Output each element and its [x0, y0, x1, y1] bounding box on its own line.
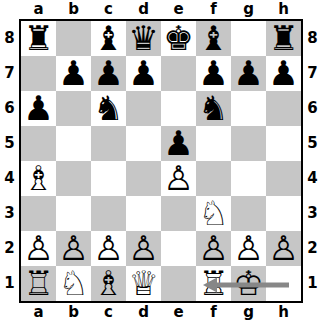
square-e4[interactable]: ♙ [161, 161, 196, 196]
white-king-g1: ♔ [233, 266, 263, 301]
square-b1[interactable]: ♘ [56, 266, 91, 301]
square-b6[interactable] [56, 91, 91, 126]
white-pawn-d2: ♙ [128, 231, 158, 266]
rank-label-left-2: 2 [0, 231, 19, 266]
file-label-top-d: d [126, 0, 161, 19]
square-b8[interactable] [56, 21, 91, 56]
square-a1[interactable]: ♖ [21, 266, 56, 301]
rank-labels-right: 87654321 [303, 21, 322, 301]
rank-label-right-5: 5 [303, 126, 322, 161]
square-f2[interactable]: ♙ [196, 231, 231, 266]
square-d6[interactable] [126, 91, 161, 126]
square-a5[interactable] [21, 126, 56, 161]
black-pawn-g7: ♟ [233, 56, 263, 91]
square-g8[interactable] [231, 21, 266, 56]
rank-label-right-8: 8 [303, 21, 322, 56]
black-queen-d8: ♛ [128, 21, 158, 56]
file-label-bottom-f: f [196, 303, 231, 322]
square-f4[interactable] [196, 161, 231, 196]
square-c4[interactable] [91, 161, 126, 196]
square-e5[interactable]: ♟ [161, 126, 196, 161]
square-g5[interactable] [231, 126, 266, 161]
square-d5[interactable] [126, 126, 161, 161]
square-d1[interactable]: ♕ [126, 266, 161, 301]
square-e1[interactable] [161, 266, 196, 301]
rank-label-left-1: 1 [0, 266, 19, 301]
square-a7[interactable] [21, 56, 56, 91]
file-label-bottom-g: g [231, 303, 266, 322]
square-a3[interactable] [21, 196, 56, 231]
square-c5[interactable] [91, 126, 126, 161]
square-h3[interactable] [266, 196, 301, 231]
rank-label-left-4: 4 [0, 161, 19, 196]
white-pawn-h2: ♙ [268, 231, 298, 266]
square-b7[interactable]: ♟ [56, 56, 91, 91]
square-f5[interactable] [196, 126, 231, 161]
square-g7[interactable]: ♟ [231, 56, 266, 91]
rank-label-left-7: 7 [0, 56, 19, 91]
square-h1[interactable] [266, 266, 301, 301]
black-pawn-h7: ♟ [268, 56, 298, 91]
rank-label-right-2: 2 [303, 231, 322, 266]
rank-label-right-6: 6 [303, 91, 322, 126]
square-a6[interactable]: ♟ [21, 91, 56, 126]
file-label-top-h: h [266, 0, 301, 19]
white-pawn-e4: ♙ [163, 161, 193, 196]
white-pawn-c2: ♙ [93, 231, 123, 266]
rank-label-right-7: 7 [303, 56, 322, 91]
square-f1[interactable]: ♖ [196, 266, 231, 301]
white-rook-f1: ♖ [198, 266, 228, 301]
white-bishop-a4: ♗ [23, 161, 53, 196]
chess-board: ♜♝♛♚♝♜♟♟♟♟♟♟♟♞♞♟♗♙♘♙♙♙♙♙♙♙♖♘♗♕♖♔ [19, 19, 303, 303]
chess-diagram: abcdefgh 87654321 ♜♝♛♚♝♜♟♟♟♟♟♟♟♞♞♟♗♙♘♙♙♙… [0, 0, 322, 322]
file-label-top-a: a [21, 0, 56, 19]
black-pawn-f7: ♟ [198, 56, 228, 91]
file-label-top-e: e [161, 0, 196, 19]
rank-labels-left: 87654321 [0, 21, 19, 301]
square-b3[interactable] [56, 196, 91, 231]
square-c8[interactable]: ♝ [91, 21, 126, 56]
white-rook-a1: ♖ [23, 266, 53, 301]
square-h6[interactable] [266, 91, 301, 126]
square-e8[interactable]: ♚ [161, 21, 196, 56]
square-c3[interactable] [91, 196, 126, 231]
square-c7[interactable]: ♟ [91, 56, 126, 91]
white-pawn-g2: ♙ [233, 231, 263, 266]
black-knight-f6: ♞ [198, 91, 228, 126]
square-a8[interactable]: ♜ [21, 21, 56, 56]
black-pawn-b7: ♟ [58, 56, 88, 91]
square-h7[interactable]: ♟ [266, 56, 301, 91]
black-pawn-c7: ♟ [93, 56, 123, 91]
square-g4[interactable] [231, 161, 266, 196]
square-f8[interactable]: ♝ [196, 21, 231, 56]
square-d3[interactable] [126, 196, 161, 231]
square-f3[interactable]: ♘ [196, 196, 231, 231]
square-f6[interactable]: ♞ [196, 91, 231, 126]
square-h5[interactable] [266, 126, 301, 161]
file-label-bottom-h: h [266, 303, 301, 322]
square-f7[interactable]: ♟ [196, 56, 231, 91]
file-label-top-f: f [196, 0, 231, 19]
square-d7[interactable]: ♟ [126, 56, 161, 91]
square-c1[interactable]: ♗ [91, 266, 126, 301]
black-pawn-d7: ♟ [128, 56, 158, 91]
white-knight-b1: ♘ [58, 266, 88, 301]
file-label-top-g: g [231, 0, 266, 19]
black-rook-h8: ♜ [268, 21, 298, 56]
file-labels-bottom: abcdefgh [21, 303, 301, 322]
black-bishop-c8: ♝ [93, 21, 123, 56]
rank-label-right-3: 3 [303, 196, 322, 231]
square-d2[interactable]: ♙ [126, 231, 161, 266]
file-label-bottom-b: b [56, 303, 91, 322]
square-c2[interactable]: ♙ [91, 231, 126, 266]
square-e3[interactable] [161, 196, 196, 231]
square-h8[interactable]: ♜ [266, 21, 301, 56]
square-c6[interactable]: ♞ [91, 91, 126, 126]
black-rook-a8: ♜ [23, 21, 53, 56]
file-labels-top: abcdefgh [21, 0, 301, 19]
rank-label-left-6: 6 [0, 91, 19, 126]
black-knight-c6: ♞ [93, 91, 123, 126]
square-e2[interactable] [161, 231, 196, 266]
rank-label-right-4: 4 [303, 161, 322, 196]
rank-label-left-3: 3 [0, 196, 19, 231]
black-king-e8: ♚ [163, 21, 193, 56]
file-label-bottom-c: c [91, 303, 126, 322]
white-knight-f3: ♘ [198, 196, 228, 231]
rank-label-left-8: 8 [0, 21, 19, 56]
square-b4[interactable] [56, 161, 91, 196]
file-label-bottom-e: e [161, 303, 196, 322]
square-a4[interactable]: ♗ [21, 161, 56, 196]
white-pawn-f2: ♙ [198, 231, 228, 266]
rank-label-left-5: 5 [0, 126, 19, 161]
square-e7[interactable] [161, 56, 196, 91]
file-label-bottom-a: a [21, 303, 56, 322]
black-pawn-e5: ♟ [163, 126, 193, 161]
file-label-bottom-d: d [126, 303, 161, 322]
square-d8[interactable]: ♛ [126, 21, 161, 56]
white-queen-d1: ♕ [128, 266, 158, 301]
square-g2[interactable]: ♙ [231, 231, 266, 266]
square-h2[interactable]: ♙ [266, 231, 301, 266]
rank-label-right-1: 1 [303, 266, 322, 301]
white-pawn-b2: ♙ [58, 231, 88, 266]
square-a2[interactable]: ♙ [21, 231, 56, 266]
square-g6[interactable] [231, 91, 266, 126]
square-g3[interactable] [231, 196, 266, 231]
square-b5[interactable] [56, 126, 91, 161]
square-g1[interactable]: ♔ [231, 266, 266, 301]
file-label-top-c: c [91, 0, 126, 19]
square-b2[interactable]: ♙ [56, 231, 91, 266]
square-d4[interactable] [126, 161, 161, 196]
square-h4[interactable] [266, 161, 301, 196]
white-bishop-c1: ♗ [93, 266, 123, 301]
white-pawn-a2: ♙ [23, 231, 53, 266]
file-label-top-b: b [56, 0, 91, 19]
black-bishop-f8: ♝ [198, 21, 228, 56]
black-pawn-a6: ♟ [23, 91, 53, 126]
square-e6[interactable] [161, 91, 196, 126]
